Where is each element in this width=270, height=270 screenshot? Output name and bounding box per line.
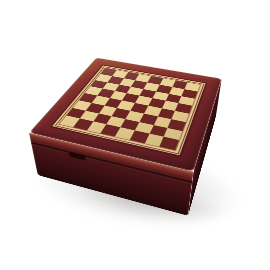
board-square xyxy=(139,113,157,124)
board-square xyxy=(179,96,195,106)
chessboard xyxy=(60,68,201,150)
board-square xyxy=(73,100,92,110)
finger-notch xyxy=(68,151,86,162)
board-square xyxy=(115,127,135,139)
chess-box-scene xyxy=(60,28,210,178)
board-square xyxy=(120,119,139,131)
board-square xyxy=(106,116,125,127)
board-square xyxy=(86,103,105,113)
product-photo xyxy=(0,0,270,270)
board-square xyxy=(129,131,149,144)
board-square xyxy=(93,113,112,124)
board-square xyxy=(164,128,183,140)
board-square xyxy=(60,116,80,127)
board-square xyxy=(148,98,165,108)
board-square xyxy=(126,111,144,122)
board-square xyxy=(130,103,148,113)
board-square xyxy=(66,108,85,119)
board-square xyxy=(117,100,135,110)
board-square xyxy=(99,105,117,116)
board-square xyxy=(144,106,162,117)
board-square xyxy=(158,108,176,119)
board-square xyxy=(160,137,179,150)
board-square xyxy=(135,122,154,134)
board-square xyxy=(168,119,186,131)
board-square xyxy=(162,101,179,111)
board-square xyxy=(73,119,93,131)
board-square xyxy=(101,124,121,136)
board-square xyxy=(87,121,107,133)
board-square xyxy=(144,134,164,147)
board-square xyxy=(112,108,130,119)
chess-box xyxy=(29,58,222,172)
board-square xyxy=(175,103,192,113)
board-square xyxy=(153,116,171,128)
board-square xyxy=(172,111,189,122)
board-inlay-border xyxy=(52,65,206,155)
board-square xyxy=(80,110,99,121)
board-square xyxy=(149,125,168,137)
